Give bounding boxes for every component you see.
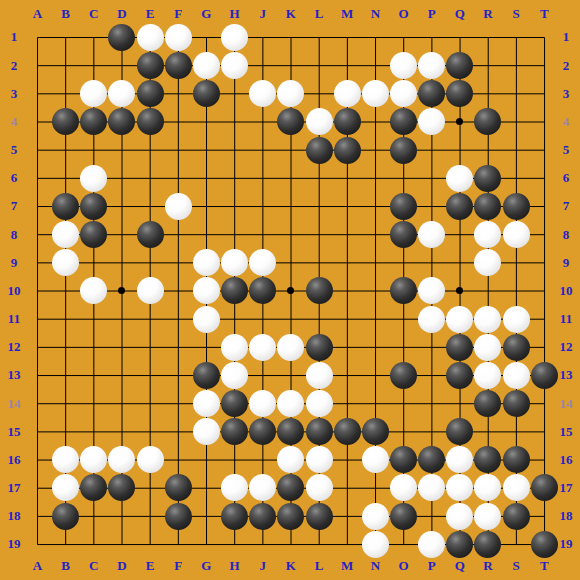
intersection-L5[interactable] — [305, 136, 333, 164]
intersection-B10[interactable] — [52, 277, 80, 305]
intersection-N5[interactable] — [361, 136, 389, 164]
intersection-K15[interactable] — [277, 418, 305, 446]
intersection-D18[interactable] — [108, 502, 136, 530]
intersection-F4[interactable] — [164, 108, 192, 136]
intersection-R3[interactable] — [474, 80, 502, 108]
intersection-L14[interactable] — [305, 389, 333, 417]
intersection-G2[interactable] — [192, 52, 220, 80]
intersection-C17[interactable] — [80, 474, 108, 502]
intersection-D11[interactable] — [108, 305, 136, 333]
intersection-B4[interactable] — [52, 108, 80, 136]
intersection-Q16[interactable] — [446, 446, 474, 474]
intersection-H9[interactable] — [220, 249, 248, 277]
intersection-R18[interactable] — [474, 502, 502, 530]
intersection-R6[interactable] — [474, 164, 502, 192]
intersection-G3[interactable] — [192, 80, 220, 108]
intersection-K9[interactable] — [277, 249, 305, 277]
intersection-H1[interactable] — [220, 23, 248, 51]
intersection-P11[interactable] — [418, 305, 446, 333]
intersection-N6[interactable] — [361, 164, 389, 192]
intersection-L7[interactable] — [305, 192, 333, 220]
intersection-K16[interactable] — [277, 446, 305, 474]
intersection-C3[interactable] — [80, 80, 108, 108]
intersection-P9[interactable] — [418, 249, 446, 277]
intersection-H15[interactable] — [220, 418, 248, 446]
intersection-L17[interactable] — [305, 474, 333, 502]
intersection-S13[interactable] — [502, 361, 530, 389]
intersection-K18[interactable] — [277, 502, 305, 530]
intersection-L6[interactable] — [305, 164, 333, 192]
intersection-N16[interactable] — [361, 446, 389, 474]
intersection-S1[interactable] — [502, 23, 530, 51]
intersection-P3[interactable] — [418, 80, 446, 108]
intersection-D13[interactable] — [108, 361, 136, 389]
intersection-E14[interactable] — [136, 389, 164, 417]
intersection-G8[interactable] — [192, 220, 220, 248]
intersection-Q18[interactable] — [446, 502, 474, 530]
intersection-G12[interactable] — [192, 333, 220, 361]
intersection-J18[interactable] — [249, 502, 277, 530]
intersection-K11[interactable] — [277, 305, 305, 333]
intersection-E6[interactable] — [136, 164, 164, 192]
intersection-P17[interactable] — [418, 474, 446, 502]
intersection-E12[interactable] — [136, 333, 164, 361]
intersection-O6[interactable] — [389, 164, 417, 192]
intersection-N15[interactable] — [361, 418, 389, 446]
intersection-F2[interactable] — [164, 52, 192, 80]
intersection-S8[interactable] — [502, 220, 530, 248]
intersection-R10[interactable] — [474, 277, 502, 305]
intersection-K2[interactable] — [277, 52, 305, 80]
intersection-M18[interactable] — [333, 502, 361, 530]
intersection-C11[interactable] — [80, 305, 108, 333]
intersection-B8[interactable] — [52, 220, 80, 248]
intersection-O15[interactable] — [389, 418, 417, 446]
intersection-H7[interactable] — [220, 192, 248, 220]
intersection-G7[interactable] — [192, 192, 220, 220]
intersection-O1[interactable] — [389, 23, 417, 51]
intersection-H2[interactable] — [220, 52, 248, 80]
intersection-H3[interactable] — [220, 80, 248, 108]
intersection-Q12[interactable] — [446, 333, 474, 361]
intersection-F9[interactable] — [164, 249, 192, 277]
intersection-M6[interactable] — [333, 164, 361, 192]
intersection-E16[interactable] — [136, 446, 164, 474]
intersection-O5[interactable] — [389, 136, 417, 164]
intersection-K5[interactable] — [277, 136, 305, 164]
intersection-L11[interactable] — [305, 305, 333, 333]
intersection-K8[interactable] — [277, 220, 305, 248]
intersection-G4[interactable] — [192, 108, 220, 136]
intersection-Q14[interactable] — [446, 389, 474, 417]
intersection-C2[interactable] — [80, 52, 108, 80]
intersection-H13[interactable] — [220, 361, 248, 389]
intersection-O11[interactable] — [389, 305, 417, 333]
intersection-Q7[interactable] — [446, 192, 474, 220]
intersection-R12[interactable] — [474, 333, 502, 361]
intersection-D15[interactable] — [108, 418, 136, 446]
intersection-K13[interactable] — [277, 361, 305, 389]
intersection-R8[interactable] — [474, 220, 502, 248]
intersection-K1[interactable] — [277, 23, 305, 51]
intersection-S14[interactable] — [502, 389, 530, 417]
intersection-J14[interactable] — [249, 389, 277, 417]
intersection-O3[interactable] — [389, 80, 417, 108]
intersection-P12[interactable] — [418, 333, 446, 361]
intersection-B5[interactable] — [52, 136, 80, 164]
intersection-J4[interactable] — [249, 108, 277, 136]
intersection-S6[interactable] — [502, 164, 530, 192]
intersection-L18[interactable] — [305, 502, 333, 530]
intersection-H14[interactable] — [220, 389, 248, 417]
intersection-H12[interactable] — [220, 333, 248, 361]
intersection-L1[interactable] — [305, 23, 333, 51]
intersection-P1[interactable] — [418, 23, 446, 51]
intersection-S9[interactable] — [502, 249, 530, 277]
intersection-D3[interactable] — [108, 80, 136, 108]
intersection-S16[interactable] — [502, 446, 530, 474]
intersection-Q9[interactable] — [446, 249, 474, 277]
intersection-K10[interactable] — [277, 277, 305, 305]
intersection-E7[interactable] — [136, 192, 164, 220]
intersection-B15[interactable] — [52, 418, 80, 446]
intersection-D6[interactable] — [108, 164, 136, 192]
intersection-P16[interactable] — [418, 446, 446, 474]
intersection-E15[interactable] — [136, 418, 164, 446]
intersection-M5[interactable] — [333, 136, 361, 164]
intersection-H10[interactable] — [220, 277, 248, 305]
intersection-Q4[interactable] — [446, 108, 474, 136]
intersection-D14[interactable] — [108, 389, 136, 417]
intersection-M8[interactable] — [333, 220, 361, 248]
intersection-B17[interactable] — [52, 474, 80, 502]
intersection-J3[interactable] — [249, 80, 277, 108]
intersection-M12[interactable] — [333, 333, 361, 361]
intersection-C14[interactable] — [80, 389, 108, 417]
intersection-H18[interactable] — [220, 502, 248, 530]
intersection-F14[interactable] — [164, 389, 192, 417]
intersection-P8[interactable] — [418, 220, 446, 248]
intersection-D16[interactable] — [108, 446, 136, 474]
intersection-Q2[interactable] — [446, 52, 474, 80]
intersection-P15[interactable] — [418, 418, 446, 446]
intersection-S2[interactable] — [502, 52, 530, 80]
intersection-D9[interactable] — [108, 249, 136, 277]
intersection-K3[interactable] — [277, 80, 305, 108]
intersection-R9[interactable] — [474, 249, 502, 277]
intersection-R5[interactable] — [474, 136, 502, 164]
intersection-J16[interactable] — [249, 446, 277, 474]
intersection-L3[interactable] — [305, 80, 333, 108]
intersection-C13[interactable] — [80, 361, 108, 389]
intersection-R11[interactable] — [474, 305, 502, 333]
intersection-L16[interactable] — [305, 446, 333, 474]
intersection-B3[interactable] — [52, 80, 80, 108]
intersection-E4[interactable] — [136, 108, 164, 136]
intersection-F17[interactable] — [164, 474, 192, 502]
intersection-J8[interactable] — [249, 220, 277, 248]
intersection-C1[interactable] — [80, 23, 108, 51]
intersection-B13[interactable] — [52, 361, 80, 389]
intersection-L12[interactable] — [305, 333, 333, 361]
intersection-O7[interactable] — [389, 192, 417, 220]
intersection-H5[interactable] — [220, 136, 248, 164]
intersection-B6[interactable] — [52, 164, 80, 192]
intersection-M1[interactable] — [333, 23, 361, 51]
intersection-L13[interactable] — [305, 361, 333, 389]
intersection-G18[interactable] — [192, 502, 220, 530]
intersection-B1[interactable] — [52, 23, 80, 51]
intersection-N10[interactable] — [361, 277, 389, 305]
intersection-O12[interactable] — [389, 333, 417, 361]
intersection-M17[interactable] — [333, 474, 361, 502]
intersection-P18[interactable] — [418, 502, 446, 530]
intersection-O8[interactable] — [389, 220, 417, 248]
intersection-L4[interactable] — [305, 108, 333, 136]
intersection-R2[interactable] — [474, 52, 502, 80]
intersection-O4[interactable] — [389, 108, 417, 136]
intersection-S11[interactable] — [502, 305, 530, 333]
intersection-M4[interactable] — [333, 108, 361, 136]
intersection-F10[interactable] — [164, 277, 192, 305]
intersection-O10[interactable] — [389, 277, 417, 305]
intersection-R13[interactable] — [474, 361, 502, 389]
intersection-B12[interactable] — [52, 333, 80, 361]
intersection-L2[interactable] — [305, 52, 333, 80]
intersection-E10[interactable] — [136, 277, 164, 305]
intersection-C4[interactable] — [80, 108, 108, 136]
intersection-H8[interactable] — [220, 220, 248, 248]
intersection-H6[interactable] — [220, 164, 248, 192]
intersection-F16[interactable] — [164, 446, 192, 474]
intersection-E5[interactable] — [136, 136, 164, 164]
intersection-R15[interactable] — [474, 418, 502, 446]
intersection-M13[interactable] — [333, 361, 361, 389]
intersection-P10[interactable] — [418, 277, 446, 305]
intersection-R17[interactable] — [474, 474, 502, 502]
intersection-E8[interactable] — [136, 220, 164, 248]
intersection-E17[interactable] — [136, 474, 164, 502]
intersection-B14[interactable] — [52, 389, 80, 417]
intersection-G14[interactable] — [192, 389, 220, 417]
intersection-C10[interactable] — [80, 277, 108, 305]
intersection-Q17[interactable] — [446, 474, 474, 502]
intersection-R1[interactable] — [474, 23, 502, 51]
intersection-Q6[interactable] — [446, 164, 474, 192]
intersection-F12[interactable] — [164, 333, 192, 361]
intersection-G11[interactable] — [192, 305, 220, 333]
intersection-C5[interactable] — [80, 136, 108, 164]
intersection-N4[interactable] — [361, 108, 389, 136]
intersection-S7[interactable] — [502, 192, 530, 220]
intersection-B9[interactable] — [52, 249, 80, 277]
intersection-D10[interactable] — [108, 277, 136, 305]
intersection-F5[interactable] — [164, 136, 192, 164]
intersection-D5[interactable] — [108, 136, 136, 164]
intersection-E1[interactable] — [136, 23, 164, 51]
intersection-F18[interactable] — [164, 502, 192, 530]
intersection-J6[interactable] — [249, 164, 277, 192]
intersection-D1[interactable] — [108, 23, 136, 51]
intersection-D2[interactable] — [108, 52, 136, 80]
intersection-D8[interactable] — [108, 220, 136, 248]
intersection-O18[interactable] — [389, 502, 417, 530]
intersection-J17[interactable] — [249, 474, 277, 502]
intersection-P7[interactable] — [418, 192, 446, 220]
intersection-E13[interactable] — [136, 361, 164, 389]
intersection-J13[interactable] — [249, 361, 277, 389]
intersection-M7[interactable] — [333, 192, 361, 220]
intersection-K17[interactable] — [277, 474, 305, 502]
intersection-Q11[interactable] — [446, 305, 474, 333]
intersection-Q5[interactable] — [446, 136, 474, 164]
intersection-N3[interactable] — [361, 80, 389, 108]
intersection-J2[interactable] — [249, 52, 277, 80]
intersection-G10[interactable] — [192, 277, 220, 305]
intersection-S4[interactable] — [502, 108, 530, 136]
intersection-B7[interactable] — [52, 192, 80, 220]
intersection-S5[interactable] — [502, 136, 530, 164]
intersection-M16[interactable] — [333, 446, 361, 474]
intersection-E3[interactable] — [136, 80, 164, 108]
intersection-M10[interactable] — [333, 277, 361, 305]
intersection-J1[interactable] — [249, 23, 277, 51]
intersection-C12[interactable] — [80, 333, 108, 361]
intersection-G5[interactable] — [192, 136, 220, 164]
intersection-E18[interactable] — [136, 502, 164, 530]
intersection-L8[interactable] — [305, 220, 333, 248]
intersection-B2[interactable] — [52, 52, 80, 80]
intersection-K4[interactable] — [277, 108, 305, 136]
intersection-P2[interactable] — [418, 52, 446, 80]
intersection-P6[interactable] — [418, 164, 446, 192]
intersection-G13[interactable] — [192, 361, 220, 389]
intersection-R7[interactable] — [474, 192, 502, 220]
intersection-F3[interactable] — [164, 80, 192, 108]
intersection-Q3[interactable] — [446, 80, 474, 108]
intersection-L15[interactable] — [305, 418, 333, 446]
intersection-F7[interactable] — [164, 192, 192, 220]
intersection-H4[interactable] — [220, 108, 248, 136]
intersection-N7[interactable] — [361, 192, 389, 220]
intersection-M9[interactable] — [333, 249, 361, 277]
intersection-N8[interactable] — [361, 220, 389, 248]
intersection-F15[interactable] — [164, 418, 192, 446]
intersection-N2[interactable] — [361, 52, 389, 80]
intersection-R14[interactable] — [474, 389, 502, 417]
intersection-B16[interactable] — [52, 446, 80, 474]
intersection-O2[interactable] — [389, 52, 417, 80]
intersection-C15[interactable] — [80, 418, 108, 446]
intersection-F1[interactable] — [164, 23, 192, 51]
intersection-N1[interactable] — [361, 23, 389, 51]
intersection-B11[interactable] — [52, 305, 80, 333]
intersection-R16[interactable] — [474, 446, 502, 474]
intersection-O14[interactable] — [389, 389, 417, 417]
intersection-P14[interactable] — [418, 389, 446, 417]
intersection-Q13[interactable] — [446, 361, 474, 389]
intersection-F6[interactable] — [164, 164, 192, 192]
intersection-J11[interactable] — [249, 305, 277, 333]
intersection-M2[interactable] — [333, 52, 361, 80]
intersection-P13[interactable] — [418, 361, 446, 389]
intersection-D7[interactable] — [108, 192, 136, 220]
intersection-N13[interactable] — [361, 361, 389, 389]
intersection-L9[interactable] — [305, 249, 333, 277]
intersection-S17[interactable] — [502, 474, 530, 502]
intersection-H17[interactable] — [220, 474, 248, 502]
intersection-N11[interactable] — [361, 305, 389, 333]
intersection-D12[interactable] — [108, 333, 136, 361]
intersection-N18[interactable] — [361, 502, 389, 530]
intersection-K14[interactable] — [277, 389, 305, 417]
intersection-G9[interactable] — [192, 249, 220, 277]
intersection-D17[interactable] — [108, 474, 136, 502]
intersection-P5[interactable] — [418, 136, 446, 164]
intersection-K6[interactable] — [277, 164, 305, 192]
intersection-K12[interactable] — [277, 333, 305, 361]
intersection-N9[interactable] — [361, 249, 389, 277]
intersection-J9[interactable] — [249, 249, 277, 277]
intersection-B18[interactable] — [52, 502, 80, 530]
intersection-M14[interactable] — [333, 389, 361, 417]
intersection-N17[interactable] — [361, 474, 389, 502]
intersection-E9[interactable] — [136, 249, 164, 277]
intersection-M15[interactable] — [333, 418, 361, 446]
intersection-C7[interactable] — [80, 192, 108, 220]
intersection-J12[interactable] — [249, 333, 277, 361]
intersection-M3[interactable] — [333, 80, 361, 108]
intersection-S18[interactable] — [502, 502, 530, 530]
intersection-C16[interactable] — [80, 446, 108, 474]
intersection-H11[interactable] — [220, 305, 248, 333]
intersection-C8[interactable] — [80, 220, 108, 248]
intersection-F13[interactable] — [164, 361, 192, 389]
intersection-L10[interactable] — [305, 277, 333, 305]
intersection-O16[interactable] — [389, 446, 417, 474]
intersection-Q10[interactable] — [446, 277, 474, 305]
intersection-N14[interactable] — [361, 389, 389, 417]
intersection-S15[interactable] — [502, 418, 530, 446]
intersection-G6[interactable] — [192, 164, 220, 192]
intersection-S12[interactable] — [502, 333, 530, 361]
intersection-F11[interactable] — [164, 305, 192, 333]
intersection-O9[interactable] — [389, 249, 417, 277]
intersection-D4[interactable] — [108, 108, 136, 136]
intersection-Q1[interactable] — [446, 23, 474, 51]
intersection-F8[interactable] — [164, 220, 192, 248]
intersection-E11[interactable] — [136, 305, 164, 333]
intersection-Q15[interactable] — [446, 418, 474, 446]
intersection-J7[interactable] — [249, 192, 277, 220]
intersection-C6[interactable] — [80, 164, 108, 192]
intersection-G16[interactable] — [192, 446, 220, 474]
intersection-J5[interactable] — [249, 136, 277, 164]
intersection-Q8[interactable] — [446, 220, 474, 248]
intersection-R4[interactable] — [474, 108, 502, 136]
intersection-P4[interactable] — [418, 108, 446, 136]
intersection-E2[interactable] — [136, 52, 164, 80]
intersection-S3[interactable] — [502, 80, 530, 108]
intersection-S10[interactable] — [502, 277, 530, 305]
intersection-C9[interactable] — [80, 249, 108, 277]
intersection-M11[interactable] — [333, 305, 361, 333]
intersection-G15[interactable] — [192, 418, 220, 446]
intersection-G17[interactable] — [192, 474, 220, 502]
intersection-K7[interactable] — [277, 192, 305, 220]
intersection-O17[interactable] — [389, 474, 417, 502]
intersection-C18[interactable] — [80, 502, 108, 530]
